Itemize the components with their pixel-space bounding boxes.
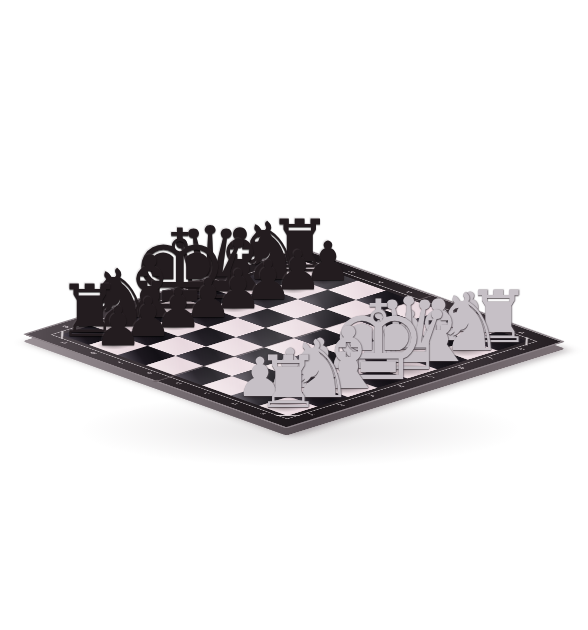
black-pawn-h7: ♟ [94,300,142,354]
white-rook-h1: ♜ [256,346,321,418]
pieces-layer: ♜♞♝♛♚♝♞♜♟♟♟♟♟♟♟♟♟♟♟♟♟♟♟♟♜♞♝♛♚♝♞♜ [0,0,588,630]
chess-set-photo: 18aa27bb36cc45dd54ee63ff72gg81hh ♜♞♝♛♚♝♞… [0,0,588,630]
